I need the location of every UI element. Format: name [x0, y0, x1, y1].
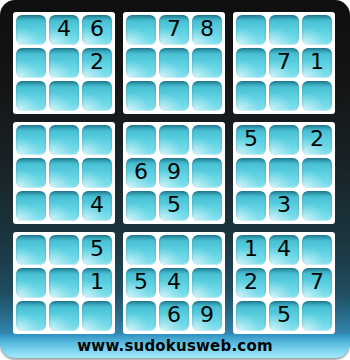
box-3-3: 14275 — [233, 232, 335, 334]
cell-r1c6[interactable]: 8 — [192, 15, 222, 45]
cell-r6c1[interactable] — [16, 191, 46, 221]
cell-r8c2[interactable] — [49, 268, 79, 298]
given-digit: 6 — [167, 304, 181, 326]
cell-r2c4[interactable] — [126, 48, 156, 78]
given-digit: 2 — [244, 271, 258, 293]
cell-r6c2[interactable] — [49, 191, 79, 221]
cell-r7c7[interactable]: 1 — [236, 235, 266, 265]
box-1-3: 71 — [233, 12, 335, 114]
cell-r3c4[interactable] — [126, 81, 156, 111]
site-url[interactable]: www.sudokusweb.com — [77, 337, 272, 355]
cell-r2c5[interactable] — [159, 48, 189, 78]
cell-r5c7[interactable] — [236, 158, 266, 188]
cell-r9c8[interactable]: 5 — [269, 301, 299, 331]
cell-r4c4[interactable] — [126, 125, 156, 155]
box-2-2: 695 — [123, 122, 225, 224]
given-digit: 4 — [167, 271, 181, 293]
cell-r5c1[interactable] — [16, 158, 46, 188]
cell-r3c3[interactable] — [82, 81, 112, 111]
cell-r8c1[interactable] — [16, 268, 46, 298]
given-digit: 2 — [310, 128, 324, 150]
given-digit: 4 — [277, 238, 291, 260]
cell-r3c1[interactable] — [16, 81, 46, 111]
box-3-2: 5469 — [123, 232, 225, 334]
given-digit: 2 — [90, 51, 104, 73]
given-digit: 4 — [57, 18, 71, 40]
cell-r6c6[interactable] — [192, 191, 222, 221]
cell-r6c4[interactable] — [126, 191, 156, 221]
sudoku-grid: 4627871469552351546914275 — [13, 12, 337, 334]
cell-r4c1[interactable] — [16, 125, 46, 155]
cell-r8c7[interactable]: 2 — [236, 268, 266, 298]
given-digit: 1 — [310, 51, 324, 73]
cell-r7c2[interactable] — [49, 235, 79, 265]
cell-r9c7[interactable] — [236, 301, 266, 331]
given-digit: 5 — [244, 128, 258, 150]
cell-r9c1[interactable] — [16, 301, 46, 331]
cell-r4c2[interactable] — [49, 125, 79, 155]
cell-r2c7[interactable] — [236, 48, 266, 78]
cell-r4c5[interactable] — [159, 125, 189, 155]
cell-r4c3[interactable] — [82, 125, 112, 155]
cell-r7c3[interactable]: 5 — [82, 235, 112, 265]
box-3-1: 51 — [13, 232, 115, 334]
sudoku-page: 4627871469552351546914275 www.sudokusweb… — [0, 0, 350, 360]
cell-r6c3[interactable]: 4 — [82, 191, 112, 221]
cell-r6c8[interactable]: 3 — [269, 191, 299, 221]
cell-r3c7[interactable] — [236, 81, 266, 111]
cell-r6c9[interactable] — [302, 191, 332, 221]
sudoku-board: 4627871469552351546914275 www.sudokusweb… — [0, 0, 350, 358]
cell-r4c9[interactable]: 2 — [302, 125, 332, 155]
cell-r2c2[interactable] — [49, 48, 79, 78]
cell-r5c3[interactable] — [82, 158, 112, 188]
cell-r4c8[interactable] — [269, 125, 299, 155]
cell-r2c8[interactable]: 7 — [269, 48, 299, 78]
box-2-1: 4 — [13, 122, 115, 224]
cell-r2c9[interactable]: 1 — [302, 48, 332, 78]
cell-r1c8[interactable] — [269, 15, 299, 45]
cell-r8c9[interactable]: 7 — [302, 268, 332, 298]
given-digit: 5 — [134, 271, 148, 293]
cell-r5c8[interactable] — [269, 158, 299, 188]
cell-r1c3[interactable]: 6 — [82, 15, 112, 45]
cell-r3c9[interactable] — [302, 81, 332, 111]
cell-r3c6[interactable] — [192, 81, 222, 111]
given-digit: 5 — [167, 194, 181, 216]
cell-r1c4[interactable] — [126, 15, 156, 45]
given-digit: 5 — [277, 304, 291, 326]
cell-r7c5[interactable] — [159, 235, 189, 265]
cell-r1c2[interactable]: 4 — [49, 15, 79, 45]
site-footer: www.sudokusweb.com — [0, 334, 350, 358]
box-1-2: 78 — [123, 12, 225, 114]
given-digit: 3 — [277, 194, 291, 216]
cell-r6c5[interactable]: 5 — [159, 191, 189, 221]
given-digit: 1 — [244, 238, 258, 260]
cell-r5c9[interactable] — [302, 158, 332, 188]
cell-r8c8[interactable] — [269, 268, 299, 298]
given-digit: 9 — [167, 161, 181, 183]
given-digit: 7 — [167, 18, 181, 40]
cell-r3c8[interactable] — [269, 81, 299, 111]
cell-r2c6[interactable] — [192, 48, 222, 78]
cell-r7c4[interactable] — [126, 235, 156, 265]
cell-r7c6[interactable] — [192, 235, 222, 265]
cell-r5c6[interactable] — [192, 158, 222, 188]
cell-r1c1[interactable] — [16, 15, 46, 45]
cell-r1c7[interactable] — [236, 15, 266, 45]
cell-r5c5[interactable]: 9 — [159, 158, 189, 188]
cell-r9c5[interactable]: 6 — [159, 301, 189, 331]
cell-r2c1[interactable] — [16, 48, 46, 78]
cell-r9c9[interactable] — [302, 301, 332, 331]
cell-r5c2[interactable] — [49, 158, 79, 188]
cell-r3c2[interactable] — [49, 81, 79, 111]
given-digit: 1 — [90, 271, 104, 293]
cell-r7c1[interactable] — [16, 235, 46, 265]
given-digit: 6 — [134, 161, 148, 183]
cell-r9c4[interactable] — [126, 301, 156, 331]
cell-r1c9[interactable] — [302, 15, 332, 45]
cell-r3c5[interactable] — [159, 81, 189, 111]
cell-r9c2[interactable] — [49, 301, 79, 331]
cell-r7c9[interactable] — [302, 235, 332, 265]
box-1-1: 462 — [13, 12, 115, 114]
given-digit: 4 — [90, 194, 104, 216]
cell-r9c6[interactable]: 9 — [192, 301, 222, 331]
given-digit: 8 — [200, 18, 214, 40]
cell-r4c6[interactable] — [192, 125, 222, 155]
cell-r7c8[interactable]: 4 — [269, 235, 299, 265]
cell-r8c5[interactable]: 4 — [159, 268, 189, 298]
given-digit: 6 — [90, 18, 104, 40]
given-digit: 7 — [310, 271, 324, 293]
cell-r4c7[interactable]: 5 — [236, 125, 266, 155]
cell-r8c3[interactable]: 1 — [82, 268, 112, 298]
cell-r8c4[interactable]: 5 — [126, 268, 156, 298]
box-2-3: 523 — [233, 122, 335, 224]
cell-r8c6[interactable] — [192, 268, 222, 298]
given-digit: 9 — [200, 304, 214, 326]
cell-r1c5[interactable]: 7 — [159, 15, 189, 45]
cell-r5c4[interactable]: 6 — [126, 158, 156, 188]
cell-r9c3[interactable] — [82, 301, 112, 331]
cell-r6c7[interactable] — [236, 191, 266, 221]
given-digit: 5 — [90, 238, 104, 260]
cell-r2c3[interactable]: 2 — [82, 48, 112, 78]
given-digit: 7 — [277, 51, 291, 73]
